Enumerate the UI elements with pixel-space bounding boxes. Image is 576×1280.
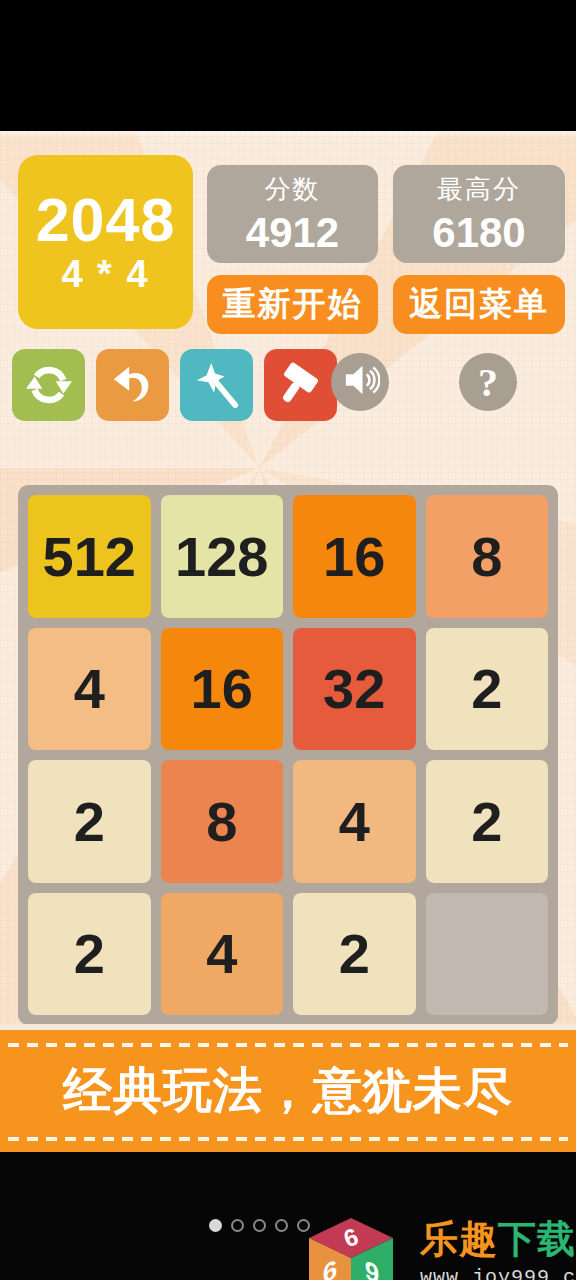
game-logo: 2048 4 * 4 xyxy=(18,155,193,329)
board-4x4[interactable]: 5121281684163222842242 xyxy=(18,485,558,1025)
page-dot-1[interactable] xyxy=(209,1219,222,1232)
game-screen: 2048 4 * 4 分数 4912 最高分 6180 重新开始 返回菜单 xyxy=(0,131,576,1152)
refresh-icon xyxy=(26,362,72,408)
tile-2: 2 xyxy=(28,760,151,883)
banner-dashed-line-top xyxy=(8,1043,568,1047)
magic-wand-icon xyxy=(194,362,240,408)
tile-16: 16 xyxy=(293,495,416,618)
question-mark-icon: ? xyxy=(478,359,498,406)
tile-128: 128 xyxy=(161,495,284,618)
banner-dashed-line-bottom xyxy=(8,1137,568,1141)
tile-4: 4 xyxy=(293,760,416,883)
tile-32: 32 xyxy=(293,628,416,751)
tile-2: 2 xyxy=(426,760,549,883)
watermark-text: 乐趣下载 www.joy999.cn xyxy=(420,1220,576,1280)
tile-512: 512 xyxy=(28,495,151,618)
tile-4: 4 xyxy=(28,628,151,751)
score-label: 分数 xyxy=(265,172,321,207)
magic-wand-button[interactable] xyxy=(180,349,253,421)
tile-2: 2 xyxy=(28,893,151,1016)
tile-4: 4 xyxy=(161,893,284,1016)
tile-8: 8 xyxy=(426,495,549,618)
score-value: 4912 xyxy=(246,209,339,257)
banner-text: 经典玩法，意犹未尽 xyxy=(63,1058,513,1124)
joy999-cube-logo: 6 9 6 xyxy=(305,1216,397,1280)
site-name-part2: 下载 xyxy=(498,1218,576,1260)
logo-subtitle: 4 * 4 xyxy=(61,253,149,296)
tile-16: 16 xyxy=(161,628,284,751)
promo-banner: 经典玩法，意犹未尽 xyxy=(0,1024,576,1152)
empty-cell xyxy=(426,893,549,1016)
hammer-button[interactable] xyxy=(264,349,337,421)
score-panel: 分数 4912 xyxy=(207,165,378,263)
page-dot-2[interactable] xyxy=(231,1219,244,1232)
hammer-icon xyxy=(278,362,324,408)
site-url: www.joy999.cn xyxy=(420,1266,576,1280)
site-name-part1: 乐趣 xyxy=(420,1218,498,1260)
refresh-button[interactable] xyxy=(12,349,85,421)
page-indicator xyxy=(209,1219,310,1232)
undo-icon xyxy=(110,362,156,408)
page-dot-3[interactable] xyxy=(253,1219,266,1232)
site-name: 乐趣下载 xyxy=(420,1220,576,1258)
page-dot-4[interactable] xyxy=(275,1219,288,1232)
tile-8: 8 xyxy=(161,760,284,883)
sound-button[interactable] xyxy=(331,353,389,411)
speaker-icon xyxy=(340,360,380,404)
restart-button[interactable]: 重新开始 xyxy=(207,275,378,334)
tile-2: 2 xyxy=(293,893,416,1016)
best-score-panel: 最高分 6180 xyxy=(393,165,565,263)
phone-screen: 2048 4 * 4 分数 4912 最高分 6180 重新开始 返回菜单 xyxy=(0,0,576,1280)
undo-button[interactable] xyxy=(96,349,169,421)
logo-title: 2048 xyxy=(36,188,176,252)
back-to-menu-button[interactable]: 返回菜单 xyxy=(393,275,565,334)
tile-2: 2 xyxy=(426,628,549,751)
best-score-value: 6180 xyxy=(432,209,525,257)
bottom-letterbox: 6 9 6 乐趣下载 www.joy999.cn xyxy=(0,1152,576,1280)
top-letterbox xyxy=(0,0,576,131)
best-score-label: 最高分 xyxy=(437,172,521,207)
help-button[interactable]: ? xyxy=(459,353,517,411)
